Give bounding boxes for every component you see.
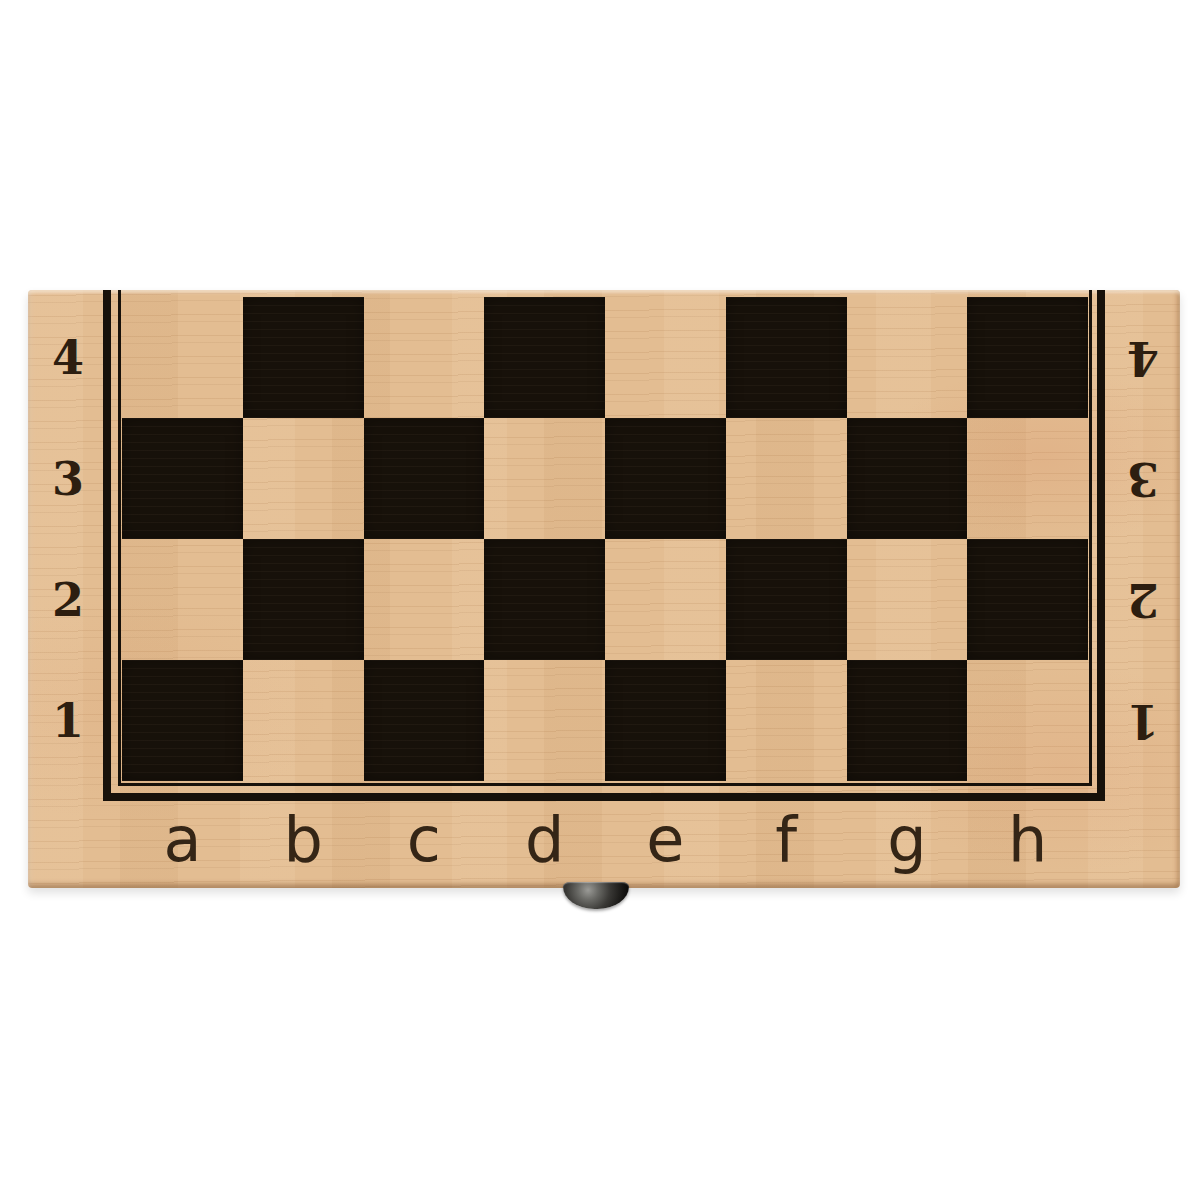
square-e4 [605, 297, 726, 418]
square-h3 [967, 418, 1088, 539]
rank-label-left-3: 3 [52, 456, 84, 502]
file-label-d: d [525, 809, 564, 871]
square-g2 [847, 539, 968, 660]
file-label-h: h [1008, 809, 1047, 871]
file-label-f: f [775, 809, 797, 871]
square-g4 [847, 297, 968, 418]
photo-background: 43214321abcdefgh [0, 0, 1200, 1200]
rank-label-right-2: 2 [1127, 577, 1159, 623]
square-f1 [726, 660, 847, 781]
square-e3 [605, 418, 726, 539]
chess-box: 43214321abcdefgh [28, 290, 1180, 888]
square-e1 [605, 660, 726, 781]
square-c4 [364, 297, 485, 418]
file-label-e: e [646, 809, 684, 871]
half-chessboard [122, 297, 1088, 781]
rank-label-left-1: 1 [52, 698, 84, 744]
square-b3 [243, 418, 364, 539]
square-b1 [243, 660, 364, 781]
square-h4 [967, 297, 1088, 418]
square-d2 [484, 539, 605, 660]
square-f4 [726, 297, 847, 418]
rank-label-left-2: 2 [52, 577, 84, 623]
square-d4 [484, 297, 605, 418]
square-g1 [847, 660, 968, 781]
square-a4 [122, 297, 243, 418]
file-label-c: c [407, 809, 441, 871]
square-d1 [484, 660, 605, 781]
square-c3 [364, 418, 485, 539]
square-d3 [484, 418, 605, 539]
file-label-g: g [887, 809, 926, 871]
square-a1 [122, 660, 243, 781]
rank-label-left-4: 4 [52, 335, 84, 381]
file-label-b: b [283, 809, 322, 871]
square-h1 [967, 660, 1088, 781]
square-h2 [967, 539, 1088, 660]
square-b2 [243, 539, 364, 660]
square-g3 [847, 418, 968, 539]
square-e2 [605, 539, 726, 660]
rank-label-right-3: 3 [1127, 456, 1159, 502]
square-c1 [364, 660, 485, 781]
square-f2 [726, 539, 847, 660]
file-label-a: a [163, 809, 201, 871]
rank-label-right-4: 4 [1127, 335, 1159, 381]
square-c2 [364, 539, 485, 660]
rank-label-right-1: 1 [1127, 698, 1159, 744]
latch-knob [563, 882, 629, 909]
square-f3 [726, 418, 847, 539]
square-a2 [122, 539, 243, 660]
square-a3 [122, 418, 243, 539]
square-b4 [243, 297, 364, 418]
